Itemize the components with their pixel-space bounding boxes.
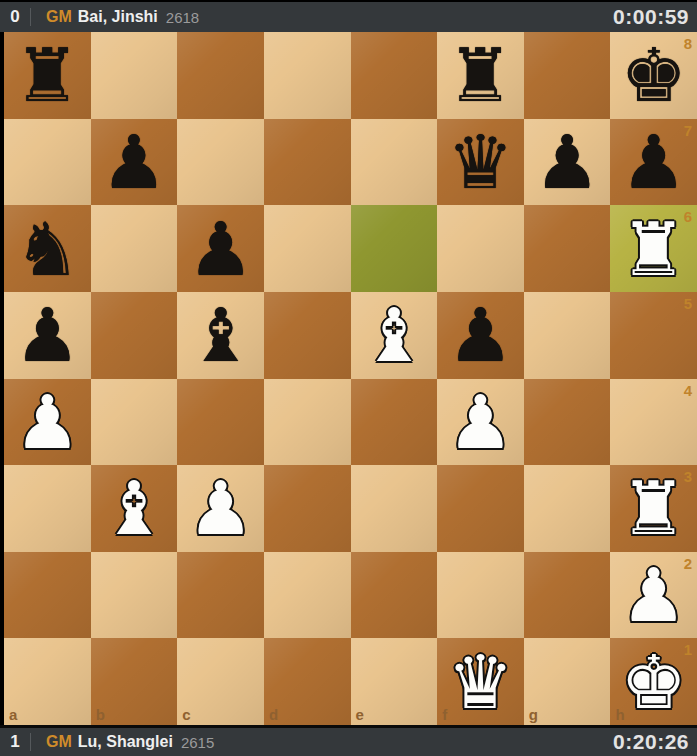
square-f7[interactable]: ♛: [437, 119, 524, 206]
square-e5[interactable]: ♝: [351, 292, 438, 379]
square-d5[interactable]: [264, 292, 351, 379]
black-pawn[interactable]: ♟: [524, 119, 611, 206]
square-e3[interactable]: [351, 465, 438, 552]
square-d4[interactable]: [264, 379, 351, 466]
file-label-g: g: [529, 706, 538, 723]
square-a2[interactable]: [4, 552, 91, 639]
black-knight[interactable]: ♞: [4, 205, 91, 292]
square-b4[interactable]: [91, 379, 178, 466]
square-b7[interactable]: ♟: [91, 119, 178, 206]
square-e4[interactable]: [351, 379, 438, 466]
square-f8[interactable]: ♜: [437, 32, 524, 119]
square-b1[interactable]: b: [91, 638, 178, 725]
square-g2[interactable]: [524, 552, 611, 639]
black-queen[interactable]: ♛: [437, 119, 524, 206]
square-d3[interactable]: [264, 465, 351, 552]
square-f5[interactable]: ♟: [437, 292, 524, 379]
bottom-player-score: 1: [0, 732, 30, 752]
square-d7[interactable]: [264, 119, 351, 206]
square-c3[interactable]: ♟: [177, 465, 264, 552]
white-bishop[interactable]: ♝: [351, 292, 438, 379]
square-f3[interactable]: [437, 465, 524, 552]
white-bishop[interactable]: ♝: [91, 465, 178, 552]
top-player-title: GM: [46, 8, 72, 26]
square-h4[interactable]: 4: [610, 379, 697, 466]
white-pawn[interactable]: ♟: [177, 465, 264, 552]
white-pawn[interactable]: ♟: [610, 552, 697, 639]
top-player-bar: 0 GM Bai, Jinshi 2618 0:00:59: [0, 0, 697, 32]
square-a5[interactable]: ♟: [4, 292, 91, 379]
square-e1[interactable]: e: [351, 638, 438, 725]
file-label-a: a: [9, 706, 17, 723]
chess-game-window: 0 GM Bai, Jinshi 2618 0:00:59 ♜♜8♚♟♛♟7♟♞…: [0, 0, 697, 756]
square-c6[interactable]: ♟: [177, 205, 264, 292]
square-c4[interactable]: [177, 379, 264, 466]
square-a6[interactable]: ♞: [4, 205, 91, 292]
score-divider: [30, 733, 31, 751]
black-pawn[interactable]: ♟: [610, 119, 697, 206]
black-pawn[interactable]: ♟: [91, 119, 178, 206]
square-c5[interactable]: ♝: [177, 292, 264, 379]
square-h5[interactable]: 5: [610, 292, 697, 379]
white-pawn[interactable]: ♟: [4, 379, 91, 466]
square-f1[interactable]: f♛: [437, 638, 524, 725]
white-rook[interactable]: ♜: [610, 465, 697, 552]
square-c8[interactable]: [177, 32, 264, 119]
black-pawn[interactable]: ♟: [4, 292, 91, 379]
black-bishop[interactable]: ♝: [177, 292, 264, 379]
black-pawn[interactable]: ♟: [177, 205, 264, 292]
square-d1[interactable]: d: [264, 638, 351, 725]
top-player-score: 0: [0, 7, 30, 27]
square-h6[interactable]: 6♜: [610, 205, 697, 292]
file-label-c: c: [182, 706, 190, 723]
square-h2[interactable]: 2♟: [610, 552, 697, 639]
square-h1[interactable]: h1♚: [610, 638, 697, 725]
white-rook[interactable]: ♜: [610, 205, 697, 292]
square-h8[interactable]: 8♚: [610, 32, 697, 119]
square-c1[interactable]: c: [177, 638, 264, 725]
square-f4[interactable]: ♟: [437, 379, 524, 466]
bottom-player-title: GM: [46, 733, 72, 751]
square-a8[interactable]: ♜: [4, 32, 91, 119]
square-b3[interactable]: ♝: [91, 465, 178, 552]
square-f2[interactable]: [437, 552, 524, 639]
square-b2[interactable]: [91, 552, 178, 639]
square-b5[interactable]: [91, 292, 178, 379]
square-d2[interactable]: [264, 552, 351, 639]
bottom-player-rating: 2615: [181, 734, 214, 751]
square-b8[interactable]: [91, 32, 178, 119]
square-g8[interactable]: [524, 32, 611, 119]
chess-board: ♜♜8♚♟♛♟7♟♞♟6♜♟♝♝♟5♟♟4♝♟3♜2♟abcdef♛gh1♚: [4, 32, 697, 725]
square-a1[interactable]: a: [4, 638, 91, 725]
white-king[interactable]: ♚: [610, 638, 697, 725]
square-g3[interactable]: [524, 465, 611, 552]
square-g4[interactable]: [524, 379, 611, 466]
score-divider: [30, 8, 31, 26]
bottom-player-name: Lu, Shanglei: [78, 733, 173, 751]
square-e8[interactable]: [351, 32, 438, 119]
square-d6[interactable]: [264, 205, 351, 292]
square-f6[interactable]: [437, 205, 524, 292]
square-e7[interactable]: [351, 119, 438, 206]
black-king[interactable]: ♚: [610, 32, 697, 119]
top-player-name: Bai, Jinshi: [78, 8, 158, 26]
rank-label-4: 4: [684, 382, 692, 399]
black-rook[interactable]: ♜: [4, 32, 91, 119]
square-h3[interactable]: 3♜: [610, 465, 697, 552]
square-g5[interactable]: [524, 292, 611, 379]
square-d8[interactable]: [264, 32, 351, 119]
square-g1[interactable]: g: [524, 638, 611, 725]
square-c2[interactable]: [177, 552, 264, 639]
square-a3[interactable]: [4, 465, 91, 552]
square-e6[interactable]: [351, 205, 438, 292]
file-label-e: e: [356, 706, 364, 723]
bottom-player-bar: 1 GM Lu, Shanglei 2615 0:20:26: [0, 725, 697, 756]
square-a7[interactable]: [4, 119, 91, 206]
square-g7[interactable]: ♟: [524, 119, 611, 206]
square-h7[interactable]: 7♟: [610, 119, 697, 206]
bottom-player-clock: 0:20:26: [613, 730, 689, 754]
white-queen[interactable]: ♛: [437, 638, 524, 725]
rank-label-5: 5: [684, 295, 692, 312]
square-a4[interactable]: ♟: [4, 379, 91, 466]
file-label-b: b: [96, 706, 105, 723]
black-rook[interactable]: ♜: [437, 32, 524, 119]
board-frame: ♜♜8♚♟♛♟7♟♞♟6♜♟♝♝♟5♟♟4♝♟3♜2♟abcdef♛gh1♚: [0, 32, 697, 725]
file-label-d: d: [269, 706, 278, 723]
white-pawn[interactable]: ♟: [437, 379, 524, 466]
black-pawn[interactable]: ♟: [437, 292, 524, 379]
top-player-rating: 2618: [166, 9, 199, 26]
square-b6[interactable]: [91, 205, 178, 292]
square-e2[interactable]: [351, 552, 438, 639]
square-c7[interactable]: [177, 119, 264, 206]
square-g6[interactable]: [524, 205, 611, 292]
top-player-clock: 0:00:59: [613, 5, 689, 29]
